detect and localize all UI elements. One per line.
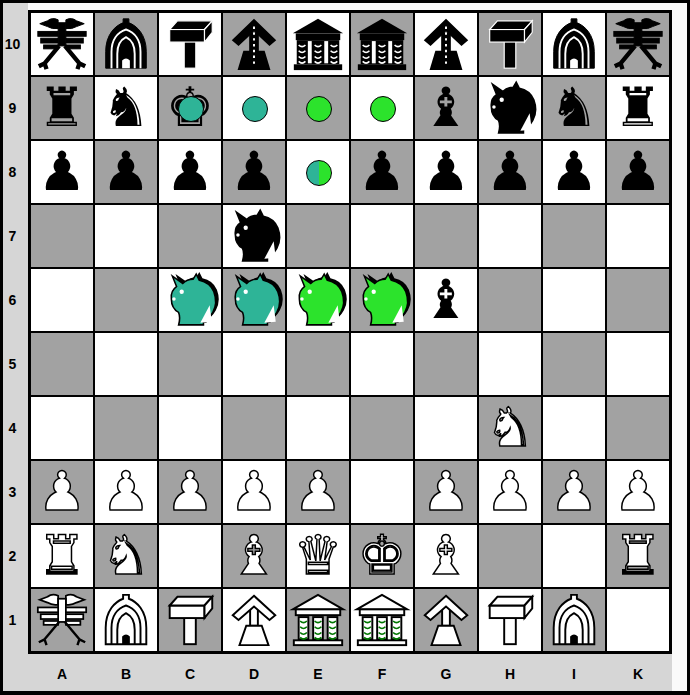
square-c10[interactable] (158, 12, 222, 76)
square-b8[interactable]: ♟ (94, 140, 158, 204)
black-pawn: ♟ (478, 140, 542, 204)
white-dome (542, 588, 606, 652)
game-board: ♜♞♚♝ ♞♜♟♟♟♟♟♟♟♟♟ (28, 10, 672, 654)
white-bishop: ♝ (222, 524, 286, 588)
white-rook: ♜ (30, 524, 94, 588)
rank-label-3: 3 (0, 460, 25, 524)
square-k2[interactable]: ♜ (606, 524, 670, 588)
square-k7[interactable] (606, 204, 670, 268)
file-label-g: G (414, 660, 478, 688)
file-label-h: H (478, 660, 542, 688)
square-b6[interactable] (94, 268, 158, 332)
black-pawn: ♟ (606, 140, 670, 204)
file-label-a: A (30, 660, 94, 688)
square-a6[interactable] (30, 268, 94, 332)
square-c8[interactable]: ♟ (158, 140, 222, 204)
square-d9[interactable] (222, 76, 286, 140)
square-f3[interactable] (350, 460, 414, 524)
black-pawn: ♟ (542, 140, 606, 204)
square-a9[interactable]: ♜ (30, 76, 94, 140)
square-h7[interactable] (478, 204, 542, 268)
white-king: ♚ (350, 524, 414, 588)
black-temple (350, 12, 414, 76)
square-d7[interactable] (222, 204, 286, 268)
file-label-d: D (222, 660, 286, 688)
square-b5[interactable] (94, 332, 158, 396)
file-label-c: C (158, 660, 222, 688)
square-b4[interactable] (94, 396, 158, 460)
square-h2[interactable] (478, 524, 542, 588)
black-rook: ♜ (30, 76, 94, 140)
black-eagle (606, 12, 670, 76)
black-pawn: ♟ (414, 140, 478, 204)
black-hammer (478, 12, 542, 76)
file-label-b: B (94, 660, 158, 688)
rank-label-4: 4 (0, 396, 25, 460)
square-k5[interactable] (606, 332, 670, 396)
square-e7[interactable] (286, 204, 350, 268)
square-a1[interactable] (30, 588, 94, 652)
square-h8[interactable]: ♟ (478, 140, 542, 204)
square-i6[interactable] (542, 268, 606, 332)
rank-label-1: 1 (0, 588, 25, 652)
square-c5[interactable] (158, 332, 222, 396)
white-hammer (158, 588, 222, 652)
green-unicorn (350, 268, 414, 332)
black-pawn: ♟ (30, 140, 94, 204)
black-arrow (414, 12, 478, 76)
square-e8[interactable] (286, 140, 350, 204)
move-dot-split[interactable] (306, 160, 332, 186)
square-k6[interactable] (606, 268, 670, 332)
square-d8[interactable]: ♟ (222, 140, 286, 204)
square-h9[interactable] (478, 76, 542, 140)
square-g5[interactable] (414, 332, 478, 396)
square-g4[interactable] (414, 396, 478, 460)
white-bishop: ♝ (414, 524, 478, 588)
rank-label-5: 5 (0, 332, 25, 396)
white-queen: ♛ (286, 524, 350, 588)
black-pawn: ♟ (94, 140, 158, 204)
square-g6[interactable]: ♝ (414, 268, 478, 332)
square-h4[interactable]: ♞ (478, 396, 542, 460)
square-a2[interactable]: ♜ (30, 524, 94, 588)
square-c1[interactable] (158, 588, 222, 652)
white-pawn: ♟ (478, 460, 542, 524)
square-e3[interactable]: ♟ (286, 460, 350, 524)
white-arrow (222, 588, 286, 652)
black-bishop: ♝ (414, 76, 478, 140)
white-temple (286, 588, 350, 652)
square-h5[interactable] (478, 332, 542, 396)
black-unicorn (478, 76, 542, 140)
black-pawn: ♟ (350, 140, 414, 204)
move-dot-teal[interactable] (178, 96, 204, 122)
white-pawn: ♟ (542, 460, 606, 524)
square-e1[interactable] (286, 588, 350, 652)
move-dot-green[interactable] (370, 96, 396, 122)
white-hammer (478, 588, 542, 652)
square-h3[interactable]: ♟ (478, 460, 542, 524)
square-i10[interactable] (542, 12, 606, 76)
white-dome (94, 588, 158, 652)
move-dot-teal[interactable] (242, 96, 268, 122)
square-d1[interactable] (222, 588, 286, 652)
square-d2[interactable]: ♝ (222, 524, 286, 588)
square-h6[interactable] (478, 268, 542, 332)
square-c7[interactable] (158, 204, 222, 268)
black-knight: ♞ (542, 76, 606, 140)
white-temple (350, 588, 414, 652)
square-k10[interactable] (606, 12, 670, 76)
rank-label-6: 6 (0, 268, 25, 332)
square-i8[interactable]: ♟ (542, 140, 606, 204)
square-a3[interactable]: ♟ (30, 460, 94, 524)
white-pawn: ♟ (286, 460, 350, 524)
square-g1[interactable] (414, 588, 478, 652)
square-f2[interactable]: ♚ (350, 524, 414, 588)
file-label-f: F (350, 660, 414, 688)
square-e10[interactable] (286, 12, 350, 76)
square-h10[interactable] (478, 12, 542, 76)
rank-label-8: 8 (0, 140, 25, 204)
square-i5[interactable] (542, 332, 606, 396)
square-f10[interactable] (350, 12, 414, 76)
square-e4[interactable] (286, 396, 350, 460)
square-c9[interactable]: ♚ (158, 76, 222, 140)
rank-label-2: 2 (0, 524, 25, 588)
black-temple (286, 12, 350, 76)
black-unicorn (222, 204, 286, 268)
square-d10[interactable] (222, 12, 286, 76)
square-d4[interactable] (222, 396, 286, 460)
square-k1[interactable] (606, 588, 670, 652)
square-k9[interactable]: ♜ (606, 76, 670, 140)
top-margin (28, 3, 687, 10)
white-pawn: ♟ (94, 460, 158, 524)
square-c6[interactable] (158, 268, 222, 332)
white-pawn: ♟ (606, 460, 670, 524)
white-eagle (30, 588, 94, 652)
rank-label-7: 7 (0, 204, 25, 268)
square-i1[interactable] (542, 588, 606, 652)
square-g3[interactable]: ♟ (414, 460, 478, 524)
black-hammer (158, 12, 222, 76)
rank-label-10: 10 (0, 12, 25, 76)
black-dome (94, 12, 158, 76)
square-k8[interactable]: ♟ (606, 140, 670, 204)
white-pawn: ♟ (414, 460, 478, 524)
white-pawn: ♟ (158, 460, 222, 524)
square-h1[interactable] (478, 588, 542, 652)
square-e5[interactable] (286, 332, 350, 396)
square-d6[interactable] (222, 268, 286, 332)
white-arrow (414, 588, 478, 652)
file-label-e: E (286, 660, 350, 688)
rank-label-9: 9 (0, 76, 25, 140)
file-label-k: K (606, 660, 670, 688)
square-g7[interactable] (414, 204, 478, 268)
square-g8[interactable]: ♟ (414, 140, 478, 204)
square-b1[interactable] (94, 588, 158, 652)
teal-unicorn (158, 268, 222, 332)
square-a8[interactable]: ♟ (30, 140, 94, 204)
right-margin (672, 3, 687, 691)
white-knight: ♞ (94, 524, 158, 588)
black-bishop: ♝ (414, 268, 478, 332)
square-f7[interactable] (350, 204, 414, 268)
white-rook: ♜ (606, 524, 670, 588)
square-g9[interactable]: ♝ (414, 76, 478, 140)
square-a5[interactable] (30, 332, 94, 396)
square-k4[interactable] (606, 396, 670, 460)
square-b7[interactable] (94, 204, 158, 268)
square-e6[interactable] (286, 268, 350, 332)
move-dot-green[interactable] (306, 96, 332, 122)
teal-unicorn (222, 268, 286, 332)
square-d3[interactable]: ♟ (222, 460, 286, 524)
square-b3[interactable]: ♟ (94, 460, 158, 524)
square-e2[interactable]: ♛ (286, 524, 350, 588)
square-f9[interactable] (350, 76, 414, 140)
square-d5[interactable] (222, 332, 286, 396)
square-b9[interactable]: ♞ (94, 76, 158, 140)
black-eagle (30, 12, 94, 76)
square-f4[interactable] (350, 396, 414, 460)
square-f6[interactable] (350, 268, 414, 332)
square-i4[interactable] (542, 396, 606, 460)
black-dome (542, 12, 606, 76)
white-knight: ♞ (478, 396, 542, 460)
white-pawn: ♟ (30, 460, 94, 524)
black-knight: ♞ (94, 76, 158, 140)
square-c3[interactable]: ♟ (158, 460, 222, 524)
square-b10[interactable] (94, 12, 158, 76)
square-c2[interactable] (158, 524, 222, 588)
green-unicorn (286, 268, 350, 332)
square-c4[interactable] (158, 396, 222, 460)
square-a4[interactable] (30, 396, 94, 460)
white-pawn: ♟ (222, 460, 286, 524)
square-g10[interactable] (414, 12, 478, 76)
square-f8[interactable]: ♟ (350, 140, 414, 204)
square-b2[interactable]: ♞ (94, 524, 158, 588)
square-k3[interactable]: ♟ (606, 460, 670, 524)
square-i9[interactable]: ♞ (542, 76, 606, 140)
square-f1[interactable] (350, 588, 414, 652)
square-a10[interactable] (30, 12, 94, 76)
square-i2[interactable] (542, 524, 606, 588)
square-a7[interactable] (30, 204, 94, 268)
black-pawn: ♟ (158, 140, 222, 204)
black-arrow (222, 12, 286, 76)
square-g2[interactable]: ♝ (414, 524, 478, 588)
black-pawn: ♟ (222, 140, 286, 204)
file-label-i: I (542, 660, 606, 688)
square-i3[interactable]: ♟ (542, 460, 606, 524)
black-rook: ♜ (606, 76, 670, 140)
square-i7[interactable] (542, 204, 606, 268)
game-window: ♜♞♚♝ ♞♜♟♟♟♟♟♟♟♟♟ (0, 0, 690, 695)
square-f5[interactable] (350, 332, 414, 396)
square-e9[interactable] (286, 76, 350, 140)
